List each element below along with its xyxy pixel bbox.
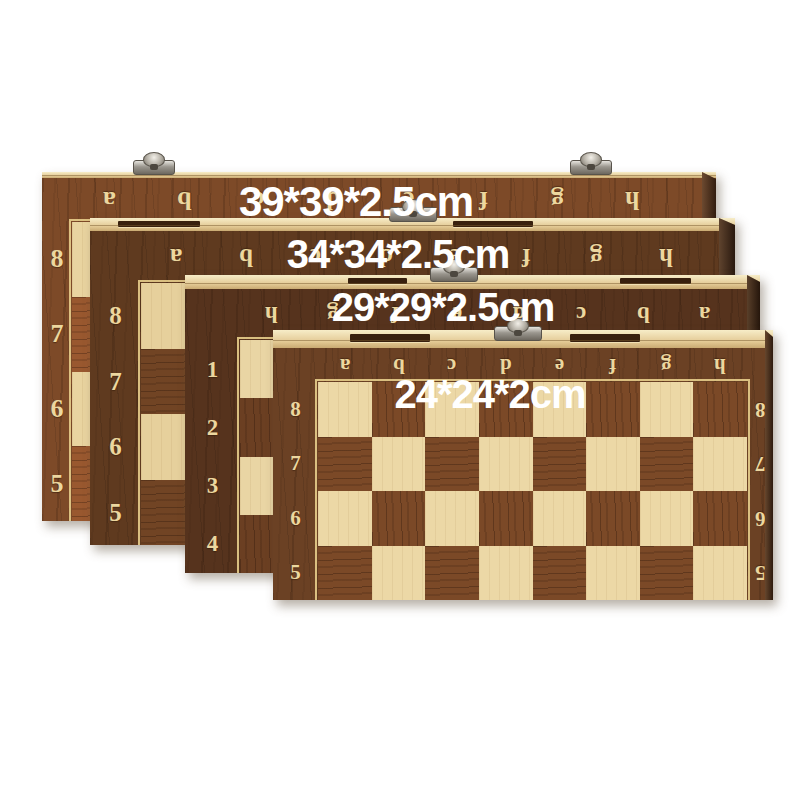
board-square bbox=[640, 491, 694, 546]
hinge-slot bbox=[118, 221, 200, 227]
rank-number: 6 bbox=[109, 434, 122, 459]
board-square bbox=[533, 491, 587, 546]
frame-corner bbox=[273, 348, 318, 382]
board-square bbox=[693, 382, 747, 437]
rank-number: 5 bbox=[290, 562, 301, 583]
rank-number: 7 bbox=[109, 369, 122, 394]
file-letter: b bbox=[239, 245, 253, 270]
file-letter: h bbox=[265, 303, 278, 326]
board-square bbox=[372, 546, 426, 601]
rank-cell: 8 bbox=[90, 283, 141, 349]
board-square bbox=[425, 437, 479, 492]
rank-cell: 7 bbox=[273, 437, 318, 492]
file-cell: f bbox=[586, 348, 640, 382]
board-square bbox=[693, 546, 747, 601]
size-label-39cm: 39*39*2.5cm bbox=[239, 181, 473, 223]
side-edge bbox=[765, 330, 773, 600]
size-label-24cm: 24*24*2cm bbox=[394, 374, 585, 414]
board-square bbox=[640, 546, 694, 601]
board-square bbox=[425, 546, 479, 601]
rank-cell: 4 bbox=[185, 515, 240, 573]
file-letter: h bbox=[714, 355, 726, 376]
file-cell: a bbox=[72, 178, 147, 222]
frame-corner bbox=[42, 178, 72, 222]
file-letter: a bbox=[340, 355, 351, 376]
frame-corner bbox=[90, 231, 141, 283]
file-letter: b bbox=[177, 187, 191, 213]
board-square bbox=[372, 491, 426, 546]
rank-cell: 1 bbox=[185, 340, 240, 398]
file-letter: f bbox=[479, 187, 488, 213]
rank-number: 6 bbox=[51, 396, 64, 422]
product-photo-stage: abcdefgh88776655 abcdefgh88776655 hgfedc… bbox=[0, 0, 800, 800]
rank-cell: 3 bbox=[185, 457, 240, 515]
file-letter: a bbox=[170, 245, 183, 270]
board-square bbox=[586, 382, 640, 437]
rank-number: 7 bbox=[51, 321, 64, 347]
hinge-slot bbox=[620, 278, 691, 284]
rank-cell: 5 bbox=[42, 446, 72, 521]
hinge-slot bbox=[350, 334, 430, 342]
rank-number: 4 bbox=[207, 532, 219, 555]
rank-number: 6 bbox=[755, 508, 766, 529]
board-square bbox=[640, 437, 694, 492]
rank-cell: 8 bbox=[273, 382, 318, 437]
board-square bbox=[479, 491, 533, 546]
rank-cell: 5 bbox=[273, 546, 318, 601]
file-letter: f bbox=[609, 355, 616, 376]
board-square bbox=[318, 491, 372, 546]
board-square bbox=[586, 546, 640, 601]
file-letter: h bbox=[625, 187, 639, 213]
file-letter: g bbox=[551, 187, 564, 213]
rank-number: 8 bbox=[290, 399, 301, 420]
rank-number: 8 bbox=[109, 303, 122, 328]
rank-cell: 5 bbox=[90, 480, 141, 546]
clasp-icon bbox=[570, 160, 612, 175]
file-cell: b bbox=[147, 178, 222, 222]
file-cell: h bbox=[693, 348, 747, 382]
file-letter: f bbox=[522, 245, 530, 270]
file-cell: g bbox=[521, 178, 596, 222]
rank-number: 2 bbox=[207, 416, 219, 439]
file-letter: c bbox=[576, 303, 586, 326]
board-square bbox=[479, 546, 533, 601]
board-square bbox=[586, 491, 640, 546]
board-square bbox=[479, 437, 533, 492]
board-square bbox=[318, 382, 372, 437]
rank-cell: 2 bbox=[185, 398, 240, 456]
board-square bbox=[372, 437, 426, 492]
rank-number: 5 bbox=[755, 562, 766, 583]
rank-number: 6 bbox=[290, 508, 301, 529]
size-label-34cm: 34*34*2.5cm bbox=[287, 234, 510, 274]
board-square bbox=[640, 382, 694, 437]
chessboard-box-24cm: abcdefgh88776655 bbox=[273, 330, 773, 600]
rank-cell: 7 bbox=[42, 297, 72, 372]
file-letter: g bbox=[590, 245, 603, 270]
rank-cell: 8 bbox=[42, 222, 72, 297]
size-label-29cm: 29*29*2.5cm bbox=[332, 287, 555, 327]
rank-number: 5 bbox=[109, 500, 122, 525]
rank-cell: 6 bbox=[90, 414, 141, 480]
rank-number: 3 bbox=[207, 474, 219, 497]
file-letter: a bbox=[103, 187, 116, 213]
board-square bbox=[318, 546, 372, 601]
rank-number: 8 bbox=[51, 246, 64, 272]
file-letter: b bbox=[637, 303, 650, 326]
clasp-icon bbox=[133, 160, 175, 175]
file-cell: g bbox=[640, 348, 694, 382]
rank-number: 5 bbox=[51, 471, 64, 497]
board-square bbox=[586, 437, 640, 492]
board-square bbox=[425, 491, 479, 546]
board-square bbox=[693, 437, 747, 492]
rank-number: 1 bbox=[207, 358, 219, 381]
file-cell: h bbox=[595, 178, 670, 222]
board-square bbox=[533, 437, 587, 492]
file-letter: a bbox=[699, 303, 711, 326]
rank-cell: 7 bbox=[90, 349, 141, 415]
rank-number: 7 bbox=[290, 453, 301, 474]
rank-number: 7 bbox=[755, 453, 766, 474]
board-square bbox=[318, 437, 372, 492]
rank-cell: 6 bbox=[273, 491, 318, 546]
file-cell: a bbox=[318, 348, 372, 382]
file-letter: h bbox=[659, 245, 673, 270]
board-square bbox=[533, 546, 587, 601]
hinge-slot bbox=[570, 334, 640, 342]
hinge-slot bbox=[348, 278, 407, 284]
board-square bbox=[693, 491, 747, 546]
frame-corner bbox=[185, 289, 240, 340]
file-letter: g bbox=[661, 355, 672, 376]
rank-cell: 6 bbox=[42, 372, 72, 447]
rank-number: 8 bbox=[755, 399, 766, 420]
